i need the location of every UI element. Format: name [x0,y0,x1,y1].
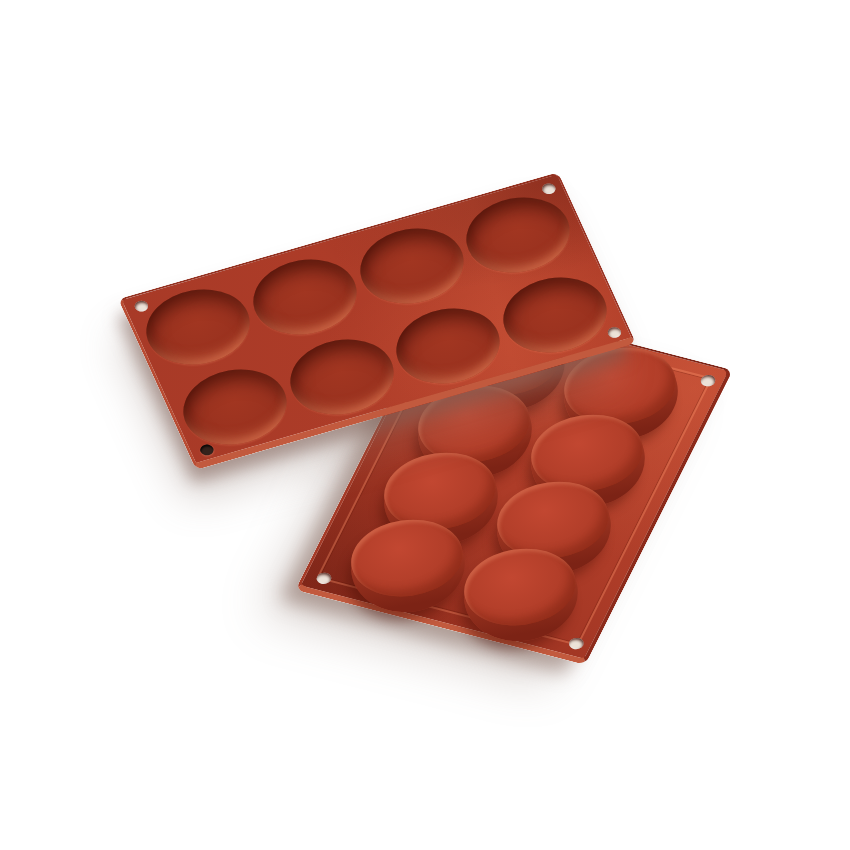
product-photo [0,0,850,850]
corner-hole [606,326,623,340]
corner-hole [133,299,150,313]
corner-hole [540,182,557,196]
corner-hole [198,443,215,457]
